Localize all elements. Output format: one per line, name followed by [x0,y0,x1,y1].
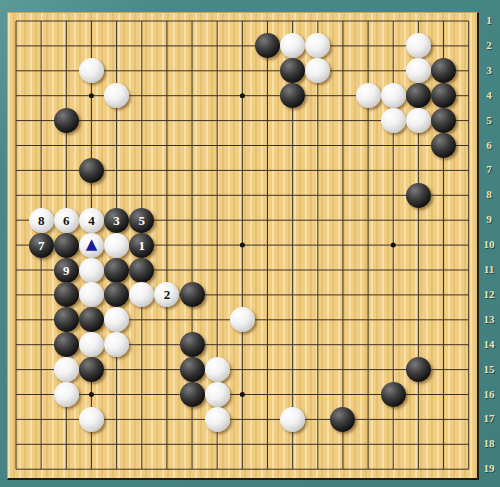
star-point [240,392,245,397]
move-number: 7 [38,239,45,252]
white-stone [381,83,406,108]
black-stone: 7 [29,233,54,258]
white-stone: 4 [79,208,104,233]
star-point [391,243,396,248]
star-point [240,243,245,248]
black-stone: 9 [54,258,79,283]
move-number: 9 [63,264,70,277]
row-label: 4 [478,89,500,101]
black-stone [180,332,205,357]
triangle-marker: ▲ [86,237,98,252]
black-stone: 3 [104,208,129,233]
black-stone [79,158,104,183]
white-stone [406,108,431,133]
white-stone [79,332,104,357]
white-stone [205,407,230,432]
move-number: 6 [63,214,70,227]
white-stone [54,357,79,382]
black-stone [54,108,79,133]
black-stone [180,357,205,382]
white-stone: ▲ [79,233,104,258]
black-stone [406,183,431,208]
row-label: 15 [478,363,500,375]
black-stone [104,258,129,283]
black-stone [129,258,154,283]
white-stone [381,108,406,133]
row-label: 3 [478,64,500,76]
row-label: 7 [478,163,500,175]
white-stone [205,357,230,382]
white-stone [79,258,104,283]
row-label: 6 [478,139,500,151]
row-label: 16 [478,388,500,400]
star-point [89,392,94,397]
move-number: 2 [164,288,171,301]
move-number: 8 [38,214,45,227]
move-number: 1 [139,239,146,252]
black-stone [381,382,406,407]
black-stone [54,233,79,258]
row-label: 5 [478,114,500,126]
white-stone [205,382,230,407]
star-point [240,93,245,98]
row-label: 14 [478,338,500,350]
white-stone [79,407,104,432]
black-stone [54,307,79,332]
row-label: 17 [478,412,500,424]
white-stone: 6 [54,208,79,233]
row-label: 11 [478,263,500,275]
black-stone [431,108,456,133]
row-label: 1 [478,14,500,26]
row-label: 13 [478,313,500,325]
row-label: 18 [478,437,500,449]
black-stone [180,382,205,407]
white-stone [54,382,79,407]
row-label: 2 [478,39,500,51]
row-label: 19 [478,462,500,474]
white-stone [356,83,381,108]
white-stone [230,307,255,332]
black-stone [54,332,79,357]
row-label: 9 [478,213,500,225]
black-stone [431,133,456,158]
black-stone [180,282,205,307]
go-board-surface[interactable]: 864357▲192 [7,12,479,480]
row-label: 10 [478,238,500,250]
white-stone: 8 [29,208,54,233]
black-stone: 5 [129,208,154,233]
move-number: 4 [88,214,95,227]
row-label: 12 [478,288,500,300]
star-point [89,93,94,98]
move-number: 3 [113,214,120,227]
black-stone [79,357,104,382]
black-stone: 1 [129,233,154,258]
white-stone [104,233,129,258]
white-stone [280,407,305,432]
black-stone [406,357,431,382]
board-frame: 864357▲192 12345678910111213141516171819 [0,0,500,487]
black-stone [406,83,431,108]
move-number: 5 [139,214,146,227]
row-label: 8 [478,188,500,200]
